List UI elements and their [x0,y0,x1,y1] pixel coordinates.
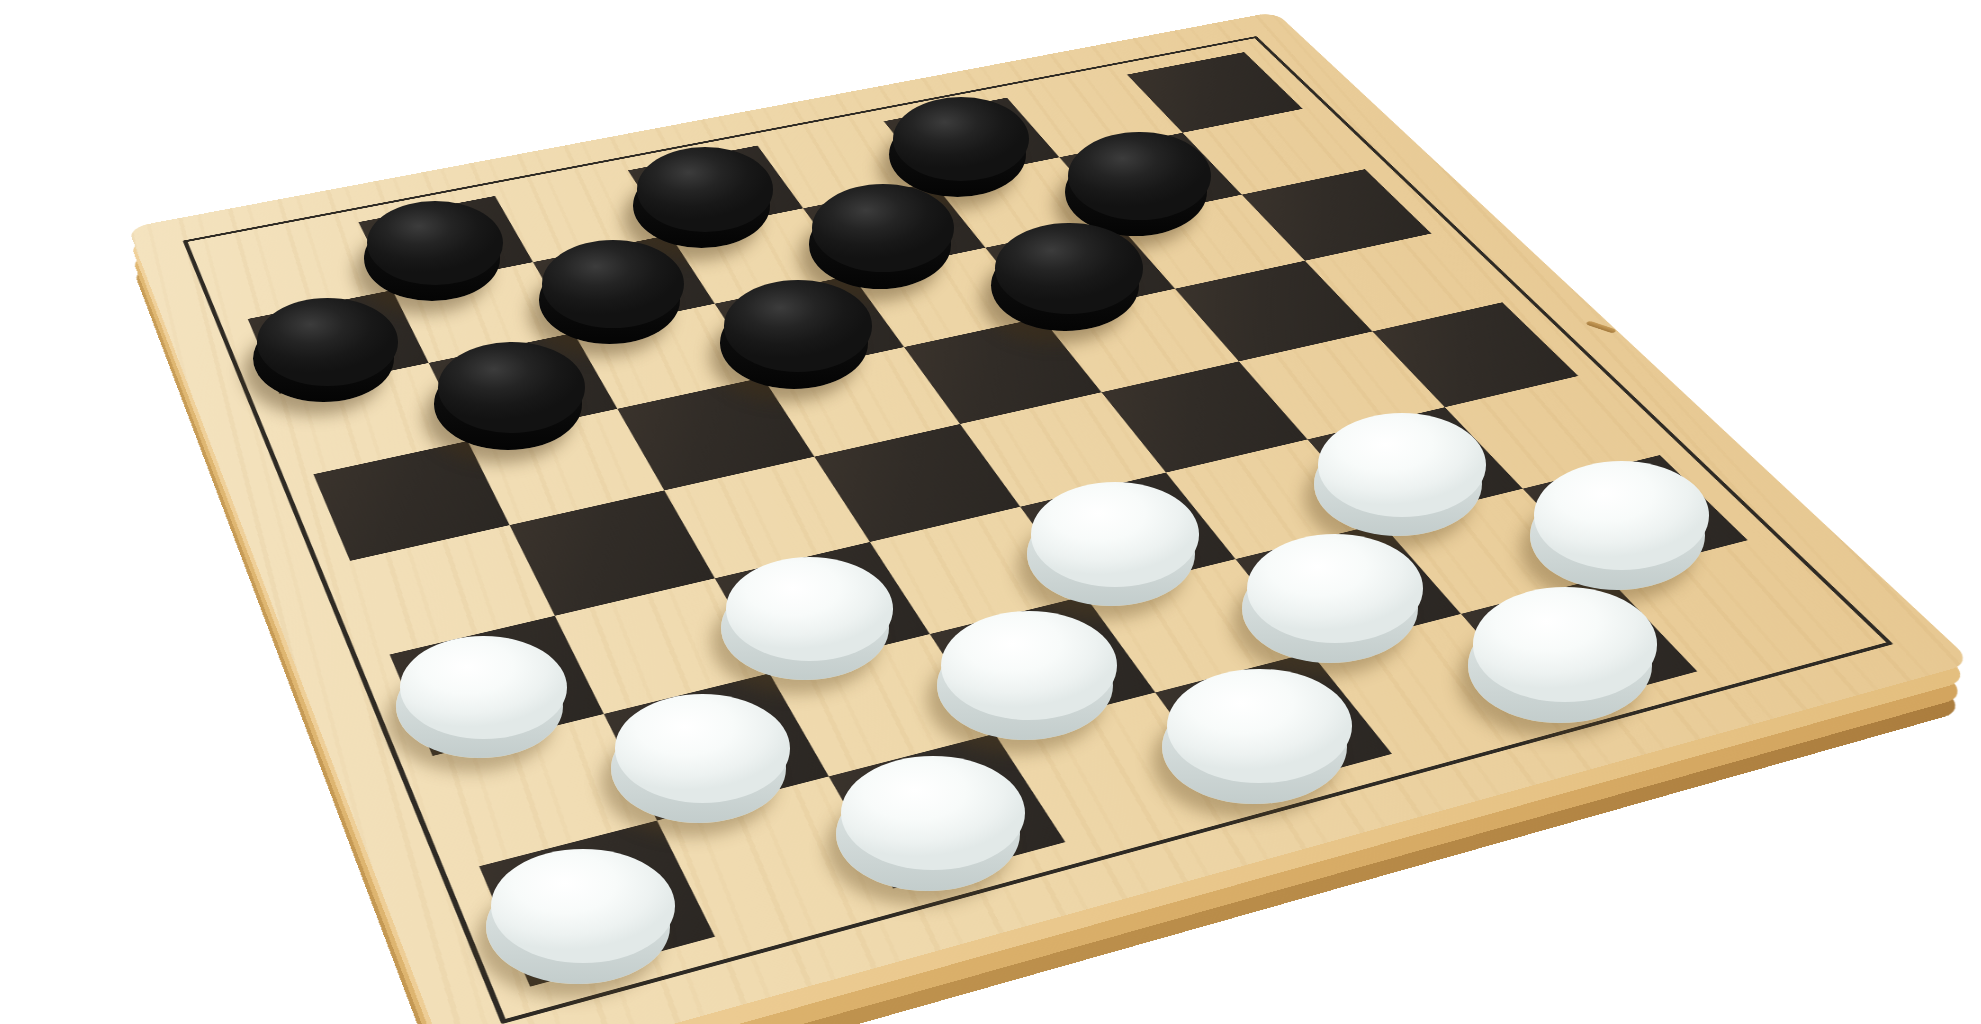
checker-black[interactable] [637,147,774,247]
checker-black[interactable] [542,240,684,344]
checker-white[interactable] [1167,669,1352,805]
checker-top-face [812,184,954,272]
checker-top-face [257,298,398,385]
checker-top-face [1318,413,1486,517]
checker-white[interactable] [1473,587,1657,722]
checker-top-face [367,201,503,285]
checker-top-face [615,694,790,803]
checker-top-face [726,557,894,661]
checker-black[interactable] [257,298,398,402]
checker-black[interactable] [724,280,872,389]
checker-top-face [1167,669,1352,783]
pieces-layer [0,0,1981,1024]
checker-white[interactable] [941,611,1117,740]
checker-white[interactable] [1031,482,1199,605]
checker-top-face [1247,534,1423,643]
checker-black[interactable] [367,201,503,301]
checker-black[interactable] [1068,132,1210,237]
checker-white[interactable] [1247,534,1423,663]
checker-black[interactable] [995,223,1143,332]
checker-top-face [400,636,567,740]
checker-top-face [893,97,1030,182]
checker-top-face [1534,461,1710,570]
checker-top-face [1031,482,1199,586]
checker-black[interactable] [893,97,1030,198]
checker-top-face [1473,587,1657,701]
checker-white[interactable] [1534,461,1710,590]
checker-top-face [724,280,872,372]
checker-black[interactable] [812,184,954,288]
checker-top-face [491,849,675,963]
checker-white[interactable] [491,849,675,984]
checker-top-face [438,342,585,433]
checker-top-face [841,756,1025,870]
checker-top-face [995,223,1143,315]
checker-white[interactable] [1318,413,1486,536]
checker-white[interactable] [615,694,790,823]
checker-white[interactable] [400,636,567,759]
checker-black[interactable] [438,342,585,450]
checker-top-face [542,240,684,328]
checker-top-face [637,147,774,232]
checker-top-face [941,611,1117,720]
checkers-product-photo [0,0,1981,1024]
checker-white[interactable] [726,557,894,680]
checker-white[interactable] [841,756,1025,892]
checker-top-face [1068,132,1210,220]
